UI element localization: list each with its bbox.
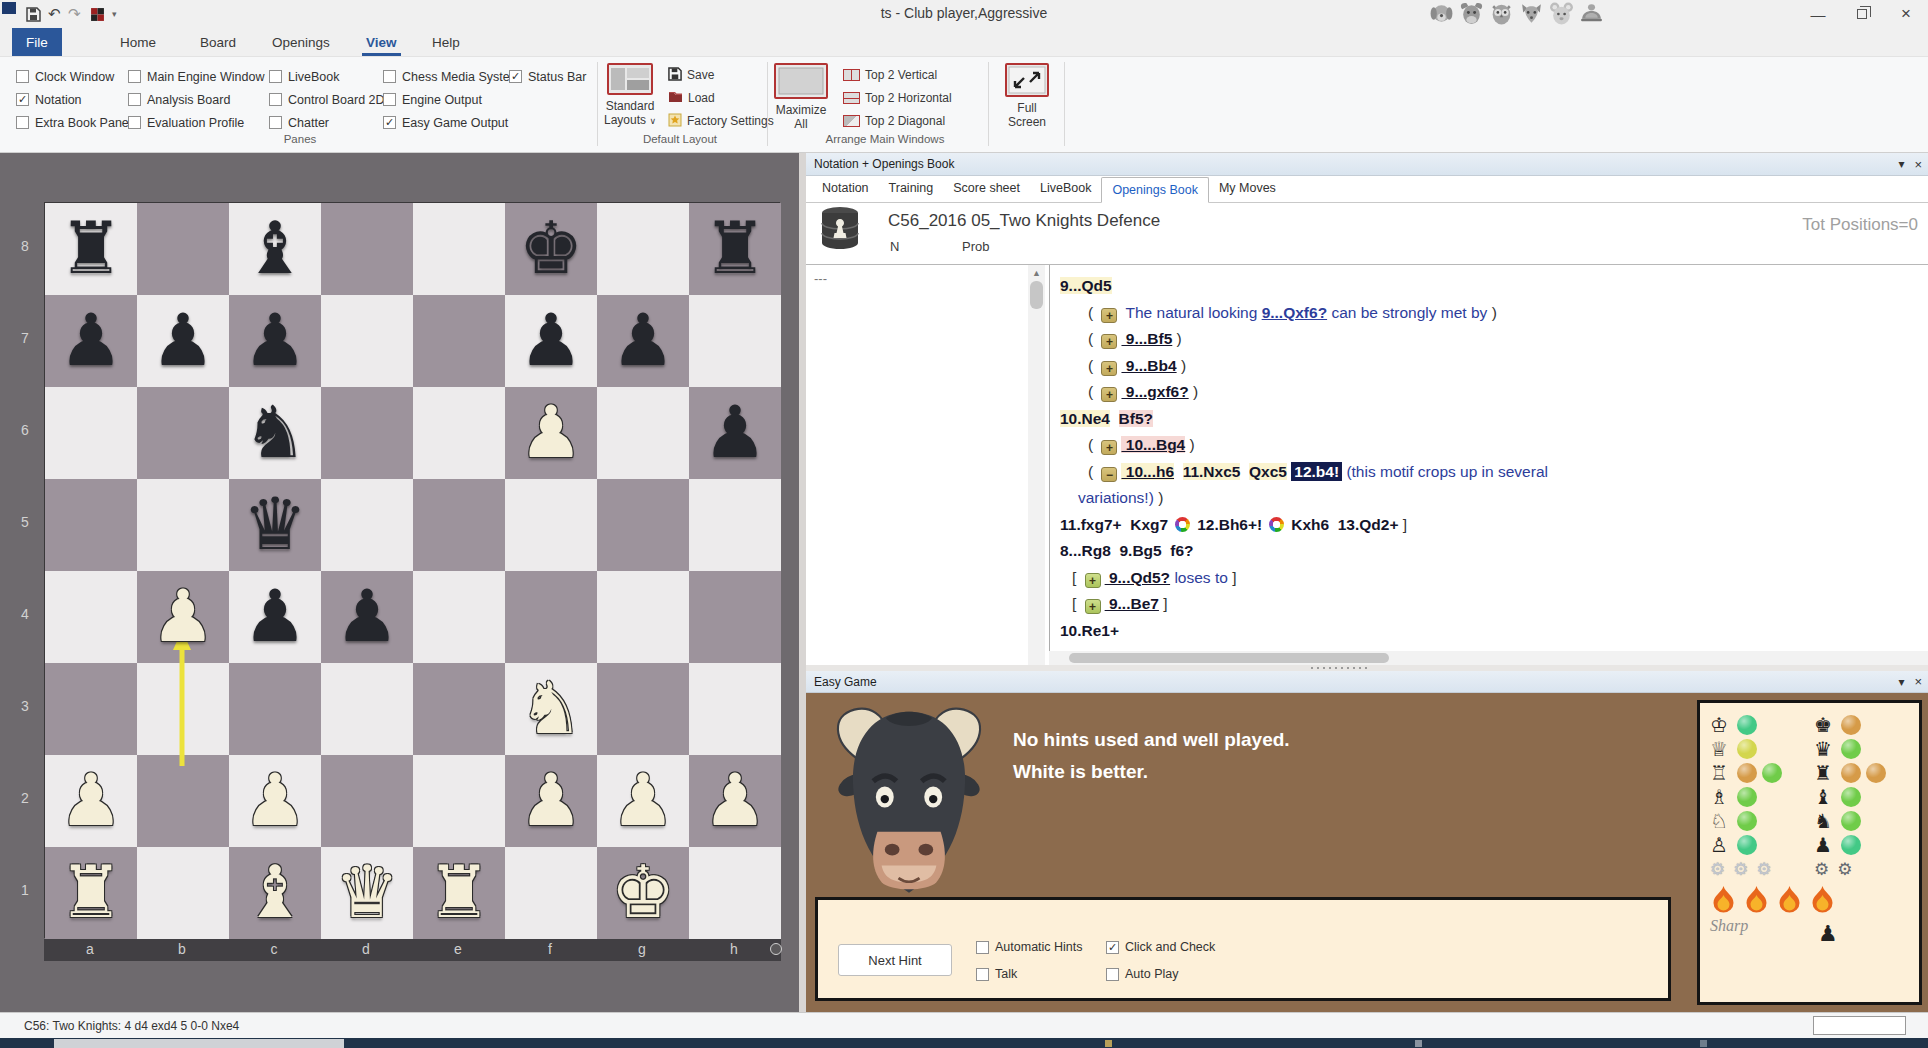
board-square[interactable]: ♟	[229, 755, 321, 847]
board-square[interactable]: ♟	[45, 295, 137, 387]
board-square[interactable]	[413, 571, 505, 663]
black-assessment-column: ♚♛♜♝♞♟⚙⚙	[1814, 713, 1918, 881]
assessment-dot-teal	[1737, 715, 1757, 735]
notation-move[interactable]: Bf5?	[1119, 410, 1153, 427]
notation-text: )	[1492, 304, 1497, 321]
checkbox-icon	[383, 93, 396, 106]
extra-black-pawn-icon: ♟	[1818, 921, 1838, 946]
checkbox-icon: ✓	[509, 70, 522, 83]
board-square[interactable]: ♚	[505, 203, 597, 295]
notation-move[interactable]: Kxg7	[1130, 516, 1168, 533]
minimize-button[interactable]: —	[1796, 0, 1840, 28]
notation-text	[1122, 516, 1131, 533]
hint-controls-box: Next Hint Automatic Hints ✓Click and Che…	[815, 897, 1671, 1001]
flame-icon	[1710, 885, 1737, 913]
board-square[interactable]	[413, 203, 505, 295]
vertical-splitter[interactable]	[799, 153, 806, 1012]
book-list-scrollbar[interactable]: ▲	[1028, 265, 1045, 665]
board-square[interactable]	[597, 479, 689, 571]
notation-move[interactable]: 9...Qxf6?	[1262, 304, 1327, 321]
board-square[interactable]	[597, 571, 689, 663]
next-hint-button[interactable]: Next Hint	[838, 944, 952, 976]
notation-move[interactable]: 11.fxg7+	[1060, 516, 1122, 533]
tab-score-sheet[interactable]: Score sheet	[943, 176, 1030, 202]
notation-move[interactable]: 12.Bh6+!	[1197, 516, 1262, 533]
notation-text: (	[1088, 463, 1097, 480]
assessment-row-white: ♗	[1710, 785, 1814, 809]
avatar-dog-icon[interactable]	[1428, 0, 1458, 26]
board-square[interactable]	[45, 663, 137, 755]
white-piece-icon: ♕	[1710, 738, 1732, 760]
notation-text: )	[1177, 357, 1186, 374]
piece-black-rook[interactable]: ♜	[689, 203, 781, 295]
assessment-dot-orange	[1866, 763, 1886, 783]
rank-label: 1	[14, 882, 36, 898]
piece-black-pawn[interactable]: ♟	[137, 295, 229, 387]
notation-text: )	[1158, 489, 1163, 506]
expand-variation-button[interactable]: +	[1101, 387, 1117, 402]
board-square[interactable]: ♟	[505, 387, 597, 479]
notation-text: (	[1088, 304, 1097, 321]
maximize-button[interactable]	[1840, 0, 1884, 28]
file-label: c	[228, 939, 320, 961]
notation-move[interactable]: 11.Nxc5	[1183, 463, 1241, 480]
board-square[interactable]	[137, 755, 229, 847]
checkbox-engine-output[interactable]: Engine Output	[383, 88, 520, 111]
board-square[interactable]	[321, 295, 413, 387]
assessment-dot-yellow	[1737, 739, 1757, 759]
board-square[interactable]	[505, 847, 597, 939]
board-square[interactable]: ♝	[229, 203, 321, 295]
assessment-dot-orange	[1737, 763, 1757, 783]
piece-black-pawn[interactable]: ♟	[321, 571, 413, 663]
board-square[interactable]: ♟	[505, 755, 597, 847]
assessment-dot-orange	[1841, 715, 1861, 735]
piece-white-rook[interactable]: ♜	[45, 847, 137, 939]
assessment-dot-green	[1841, 787, 1861, 807]
rank-label: 8	[14, 238, 36, 254]
board-square[interactable]: ♟	[229, 571, 321, 663]
checkbox-talk[interactable]: Talk	[976, 967, 1017, 981]
avatar-mouse-icon[interactable]	[1548, 0, 1578, 26]
assessment-row-black: ♛	[1814, 737, 1918, 761]
avatar-fox-icon[interactable]	[1518, 0, 1548, 26]
taskbar-strip	[0, 1038, 1928, 1048]
flame-icon	[1809, 885, 1836, 913]
notation-move[interactable]: 8...Rg8	[1060, 542, 1111, 559]
piece-white-pawn[interactable]: ♟	[229, 755, 321, 847]
expand-variation-button[interactable]: +	[1085, 599, 1101, 614]
notation-move[interactable]: 9.Bg5	[1119, 542, 1161, 559]
tab-livebook[interactable]: LiveBook	[1030, 176, 1101, 202]
board-square[interactable]	[137, 479, 229, 571]
folder-icon	[668, 90, 683, 106]
top2-horizontal-button[interactable]: Top 2 Horizontal	[843, 88, 952, 108]
hint-message: No hints used and well played.	[1013, 729, 1290, 751]
easy-game-titlebar: Easy Game ▾×	[806, 671, 1928, 693]
notation-move[interactable]: f6?	[1170, 542, 1193, 559]
piece-white-pawn[interactable]: ♟	[597, 755, 689, 847]
notation-move[interactable]: 10.Ne4	[1060, 410, 1110, 427]
board-square[interactable]	[45, 479, 137, 571]
board-square[interactable]	[137, 663, 229, 755]
piece-black-pawn[interactable]: ♟	[597, 295, 689, 387]
tab-openings-book[interactable]: Openings Book	[1101, 177, 1208, 203]
expand-variation-button[interactable]: +	[1101, 440, 1117, 455]
assessment-row-black: ♚	[1814, 713, 1918, 737]
gear-row-black: ⚙⚙	[1814, 857, 1918, 881]
tab-training[interactable]: Training	[879, 176, 944, 202]
board-square[interactable]: ♟	[505, 295, 597, 387]
board-square[interactable]	[505, 479, 597, 571]
notation-text: (	[1088, 357, 1097, 374]
board-square[interactable]: ♛	[321, 847, 413, 939]
white-piece-icon: ♘	[1710, 810, 1732, 832]
board-square[interactable]	[689, 663, 781, 755]
tab-file[interactable]: File	[12, 28, 62, 56]
board-square[interactable]: ♟	[689, 387, 781, 479]
board-square[interactable]	[597, 203, 689, 295]
assessment-dot-green	[1737, 811, 1757, 831]
notation-line: 10.Ne4 Bf5?	[1050, 406, 1928, 433]
board-square[interactable]: ♟	[229, 295, 321, 387]
board-square[interactable]	[413, 387, 505, 479]
opening-classification: C56: Two Knights: 4 d4 exd4 5 0-0 Nxe4	[24, 1019, 239, 1033]
assessment-dot-orange	[1841, 763, 1861, 783]
piece-white-bishop[interactable]: ♝	[229, 847, 321, 939]
piece-white-pawn[interactable]: ♟	[505, 755, 597, 847]
board-square[interactable]	[689, 295, 781, 387]
avatar-turtle-icon[interactable]	[1578, 0, 1608, 26]
gear-icon: ⚙	[1710, 859, 1725, 879]
piece-black-pawn[interactable]: ♟	[689, 387, 781, 479]
panel-close-icon[interactable]: ×	[1914, 157, 1922, 172]
full-screen-button[interactable]: Full Screen	[996, 61, 1058, 129]
black-piece-icon: ♜	[1814, 762, 1836, 784]
expand-variation-button[interactable]: +	[1085, 573, 1101, 588]
flame-icon	[1776, 885, 1803, 913]
tab-view[interactable]: View	[352, 28, 411, 56]
board-square[interactable]: ♟	[597, 295, 689, 387]
assessment-row-black: ♞	[1814, 809, 1918, 833]
notation-move[interactable]: 9...Qd5?	[1105, 569, 1170, 586]
expand-variation-button[interactable]: +	[1101, 361, 1117, 376]
notation-line: ( + 9...Bf5 )	[1050, 326, 1928, 353]
file-label: a	[44, 939, 136, 961]
checkbox-analysis-board[interactable]: Analysis Board	[128, 88, 264, 111]
file-labels: abcdefgh	[44, 939, 781, 961]
top2-vertical-button[interactable]: Top 2 Vertical	[843, 65, 937, 85]
tab-my-moves[interactable]: My Moves	[1209, 176, 1286, 202]
rank-label: 3	[14, 698, 36, 714]
assessment-row-black: ♟	[1814, 833, 1918, 857]
column-header-prob[interactable]: Prob	[962, 239, 989, 254]
status-input-box[interactable]	[1813, 1016, 1906, 1035]
collapse-variation-button[interactable]: −	[1101, 467, 1117, 482]
assessment-dot-teal	[1737, 835, 1757, 855]
save-layout-button[interactable]: Save	[668, 65, 714, 85]
black-piece-icon: ♛	[1814, 738, 1836, 760]
notation-text	[1329, 516, 1338, 533]
checkbox-control-board-2d[interactable]: Control Board 2D	[269, 88, 385, 111]
close-button[interactable]: ×	[1884, 0, 1928, 28]
checkbox-icon	[976, 941, 989, 954]
board-square[interactable]	[413, 755, 505, 847]
black-piece-icon: ♞	[1814, 810, 1836, 832]
white-piece-icon: ♔	[1710, 714, 1732, 736]
notation-line: variations!) )	[1050, 485, 1928, 512]
tab-help[interactable]: Help	[418, 28, 474, 56]
board-square[interactable]	[321, 755, 413, 847]
board-square[interactable]	[229, 663, 321, 755]
piece-black-king[interactable]: ♚	[505, 203, 597, 295]
board-square[interactable]	[413, 479, 505, 571]
piece-white-queen[interactable]: ♛	[321, 847, 413, 939]
book-move-placeholder: ---	[814, 271, 827, 286]
board-square[interactable]: ♜	[689, 203, 781, 295]
board-square[interactable]: ♝	[229, 847, 321, 939]
notation-panel: Notation + Openings Book ▾× NotationTrai…	[806, 153, 1928, 665]
piece-black-pawn[interactable]: ♟	[229, 295, 321, 387]
checkbox-main-engine-window[interactable]: Main Engine Window	[128, 65, 264, 88]
avatar-bull-icon[interactable]	[1458, 0, 1488, 26]
standard-layouts-button[interactable]: Standard Layouts ∨	[599, 61, 661, 127]
checkbox-icon	[383, 70, 396, 83]
checkbox-icon	[16, 116, 29, 129]
checkbox-clock-window[interactable]: Clock Window	[16, 65, 129, 88]
board-square[interactable]	[137, 847, 229, 939]
medal-icon	[1175, 517, 1190, 532]
notation-text: (	[1088, 330, 1097, 347]
white-piece-icon: ♗	[1710, 786, 1732, 808]
file-label: g	[596, 939, 688, 961]
checkbox-extra-book-pane[interactable]: Extra Book Pane	[16, 111, 129, 134]
board-square[interactable]	[689, 479, 781, 571]
expand-variation-button[interactable]: +	[1101, 334, 1117, 349]
notation-line: 10.Re1+	[1050, 618, 1928, 645]
notation-text: )	[1185, 436, 1194, 453]
rank-label: 7	[14, 330, 36, 346]
checkbox-icon	[269, 70, 282, 83]
checkbox-evaluation-profile[interactable]: Evaluation Profile	[128, 111, 264, 134]
notation-move[interactable]: 10...Bg4	[1121, 436, 1185, 453]
factory-settings-button[interactable]: Factory Settings	[668, 111, 774, 131]
board-square[interactable]: ♞	[229, 387, 321, 479]
piece-white-rook[interactable]: ♜	[413, 847, 505, 939]
assessment-row-white: ♔	[1710, 713, 1814, 737]
avatar-row	[1428, 0, 1608, 26]
tab-openings[interactable]: Openings	[258, 28, 344, 56]
piece-black-queen[interactable]: ♛	[229, 479, 321, 571]
ribbon: Clock Window✓NotationExtra Book PaneMain…	[0, 56, 1928, 153]
board-square[interactable]: ♜	[45, 203, 137, 295]
piece-black-rook[interactable]: ♜	[45, 203, 137, 295]
notation-line: [ + 9...Qd5? loses to ]	[1050, 565, 1928, 592]
checkbox-status-bar[interactable]: ✓Status Bar	[509, 65, 586, 88]
piece-white-pawn[interactable]: ♟	[505, 387, 597, 479]
notation-text: )	[1172, 330, 1181, 347]
board-square[interactable]: ♜	[45, 847, 137, 939]
board-square[interactable]: ♟	[45, 755, 137, 847]
piece-black-pawn[interactable]: ♟	[505, 295, 597, 387]
panel-collapse-icon[interactable]: ▾	[1898, 675, 1904, 689]
piece-white-king[interactable]: ♚	[597, 847, 689, 939]
notation-text	[1240, 463, 1249, 480]
board-square[interactable]: ♟	[597, 755, 689, 847]
board-square[interactable]	[413, 295, 505, 387]
board-square[interactable]	[321, 479, 413, 571]
board-square[interactable]	[137, 203, 229, 295]
board-square[interactable]	[321, 387, 413, 479]
notation-line: ( + The natural looking 9...Qxf6? can be…	[1050, 300, 1928, 327]
checkbox-click-and-check[interactable]: ✓Click and Check	[1106, 940, 1215, 954]
tab-notation[interactable]: Notation	[812, 176, 879, 202]
status-bar: C56: Two Knights: 4 d4 exd4 5 0-0 Nxe4	[0, 1012, 1928, 1038]
expand-variation-button[interactable]: +	[1101, 308, 1117, 323]
notation-move[interactable]: 9...Bb4	[1121, 357, 1176, 374]
file-label: h	[688, 939, 780, 961]
board-panel: ♜♝♚♜♟♟♟♟♟♞♟♟♛♟♟♟♞♟♟♟♟♟♜♝♛♜♚ 87654321 abc…	[0, 153, 799, 1012]
notation-move[interactable]: 13.Qd2+	[1338, 516, 1399, 533]
checkbox-easy-game-output[interactable]: ✓Easy Game Output	[383, 111, 520, 134]
notation-move[interactable]: 9...Bf5	[1121, 330, 1172, 347]
piece-black-bishop[interactable]: ♝	[229, 203, 321, 295]
notation-move[interactable]: 10...h6	[1121, 463, 1174, 480]
piece-black-pawn[interactable]: ♟	[229, 571, 321, 663]
checkbox-chatter[interactable]: Chatter	[269, 111, 385, 134]
board-square[interactable]: ♛	[229, 479, 321, 571]
checkbox-livebook[interactable]: LiveBook	[269, 65, 385, 88]
board-square[interactable]: ♟	[689, 755, 781, 847]
notation-move[interactable]: 9...gxf6?	[1121, 383, 1188, 400]
notation-line: [ + 10.Bh6 ]	[1050, 644, 1928, 651]
database-icon	[818, 205, 862, 261]
notation-line: 8...Rg8 9.Bg5 f6?	[1050, 538, 1928, 565]
board-square[interactable]	[413, 663, 505, 755]
checkbox-icon	[976, 968, 989, 981]
checkbox-icon: ✓	[1106, 941, 1119, 954]
board-square[interactable]	[597, 663, 689, 755]
top2-diagonal-button[interactable]: Top 2 Diagonal	[843, 111, 945, 131]
gear-icon: ⚙	[1733, 859, 1748, 879]
taskbar-app[interactable]	[54, 1039, 344, 1048]
piece-white-pawn[interactable]: ♟	[689, 755, 781, 847]
board-square[interactable]	[689, 847, 781, 939]
notation-move[interactable]: 10.Re1+	[1060, 622, 1119, 639]
board-square[interactable]: ♜	[413, 847, 505, 939]
sharpness-flames	[1710, 885, 1919, 913]
tab-board[interactable]: Board	[186, 28, 250, 56]
easy-game-panel: Easy Game ▾× No h	[806, 671, 1928, 1012]
checkbox-icon	[128, 70, 141, 83]
notation-text: can be strongly met by	[1327, 304, 1492, 321]
star-icon	[668, 113, 682, 130]
title-bar: ↶ ↷ ▾ ts - Club player,Aggressive — ×	[0, 0, 1928, 28]
arrange-group-label: Arrange Main Windows	[800, 133, 970, 145]
application-window: ↶ ↷ ▾ ts - Club player,Aggressive — × Fi…	[0, 0, 1928, 1048]
panel-close-icon[interactable]: ×	[1914, 674, 1922, 689]
board-square[interactable]	[689, 571, 781, 663]
column-header-n[interactable]: N	[890, 239, 899, 254]
notation-move[interactable]: Kxh6	[1291, 516, 1329, 533]
black-piece-icon: ♝	[1814, 786, 1836, 808]
book-move-list[interactable]: ---	[806, 265, 1028, 665]
board-square[interactable]: ♞	[505, 663, 597, 755]
assessment-row-black: ♝	[1814, 785, 1918, 809]
checkbox-auto-play[interactable]: Auto Play	[1106, 967, 1179, 981]
board-square[interactable]	[45, 571, 137, 663]
panel-collapse-icon[interactable]: ▾	[1898, 157, 1904, 171]
board-square[interactable]: ♟	[137, 295, 229, 387]
evaluation-message: White is better.	[1013, 761, 1148, 783]
notation-move[interactable]: 9...Qd5	[1060, 277, 1112, 294]
maximize-all-button[interactable]: Maximize All	[770, 61, 832, 131]
assessment-row-white: ♙	[1710, 833, 1814, 857]
board-corner-icon[interactable]	[770, 943, 782, 955]
piece-white-pawn[interactable]: ♟	[45, 755, 137, 847]
checkbox-automatic-hints[interactable]: Automatic Hints	[976, 940, 1083, 954]
notation-line: [ + 9...Be7 ]	[1050, 591, 1928, 618]
checkbox-icon: ✓	[383, 116, 396, 129]
total-positions: Tot Positions=0	[1802, 215, 1918, 235]
white-piece-icon: ♙	[1710, 834, 1732, 856]
notation-move[interactable]: 12.b4!	[1291, 462, 1342, 481]
board-square[interactable]: ♚	[597, 847, 689, 939]
notation-text: loses to	[1170, 569, 1232, 586]
board-square[interactable]	[321, 663, 413, 755]
notation-panel-titlebar: Notation + Openings Book ▾×	[806, 153, 1928, 176]
board-square[interactable]	[137, 387, 229, 479]
notation-line: ( + 9...gxf6? )	[1050, 379, 1928, 406]
notation-move[interactable]: 9...Be7	[1105, 595, 1159, 612]
checkbox-notation[interactable]: ✓Notation	[16, 88, 129, 111]
assessment-row-white: ♕	[1710, 737, 1814, 761]
assessment-dot-green	[1841, 811, 1861, 831]
notation-hscrollbar[interactable]	[1049, 651, 1928, 665]
notation-text: variations!)	[1078, 489, 1158, 506]
board-square[interactable]	[597, 387, 689, 479]
notation-line: 9...Qd5	[1050, 273, 1928, 300]
piece-white-knight[interactable]: ♞	[505, 663, 597, 755]
file-label: d	[320, 939, 412, 961]
notation-text: ]	[1232, 569, 1236, 586]
board-square[interactable]	[321, 203, 413, 295]
sharpness-label: Sharp	[1710, 917, 1919, 935]
default-layout-group-label: Default Layout	[610, 133, 750, 145]
notation-move[interactable]: Qxc5	[1249, 463, 1287, 480]
board-square[interactable]: ♟	[321, 571, 413, 663]
checkbox-icon: ✓	[16, 93, 29, 106]
notation-text: The natural looking	[1121, 304, 1261, 321]
checkbox-icon	[128, 93, 141, 106]
notation-line: ( + 9...Bb4 )	[1050, 353, 1928, 380]
piece-assessment-panel: ♔♕♖♗♘♙⚙⚙⚙ ♚♛♜♝♞♟⚙⚙ Sharp ♟	[1697, 700, 1922, 1005]
load-layout-button[interactable]: Load	[668, 88, 715, 108]
board-square[interactable]	[45, 387, 137, 479]
notation-text: 9...Qd5( + The natural looking 9...Qxf6?…	[1049, 265, 1928, 651]
checkbox-chess-media-system[interactable]: Chess Media System	[383, 65, 520, 88]
notation-text	[1162, 542, 1171, 559]
board-square[interactable]	[505, 571, 597, 663]
notation-text: ]	[1159, 595, 1168, 612]
flame-icon	[1743, 885, 1770, 913]
avatar-owl-icon[interactable]	[1488, 0, 1518, 26]
tab-home[interactable]: Home	[106, 28, 170, 56]
piece-black-pawn[interactable]: ♟	[45, 295, 137, 387]
piece-black-knight[interactable]: ♞	[229, 387, 321, 479]
piece-white-pawn[interactable]: ♟	[137, 571, 229, 663]
board-square[interactable]: ♟	[137, 571, 229, 663]
